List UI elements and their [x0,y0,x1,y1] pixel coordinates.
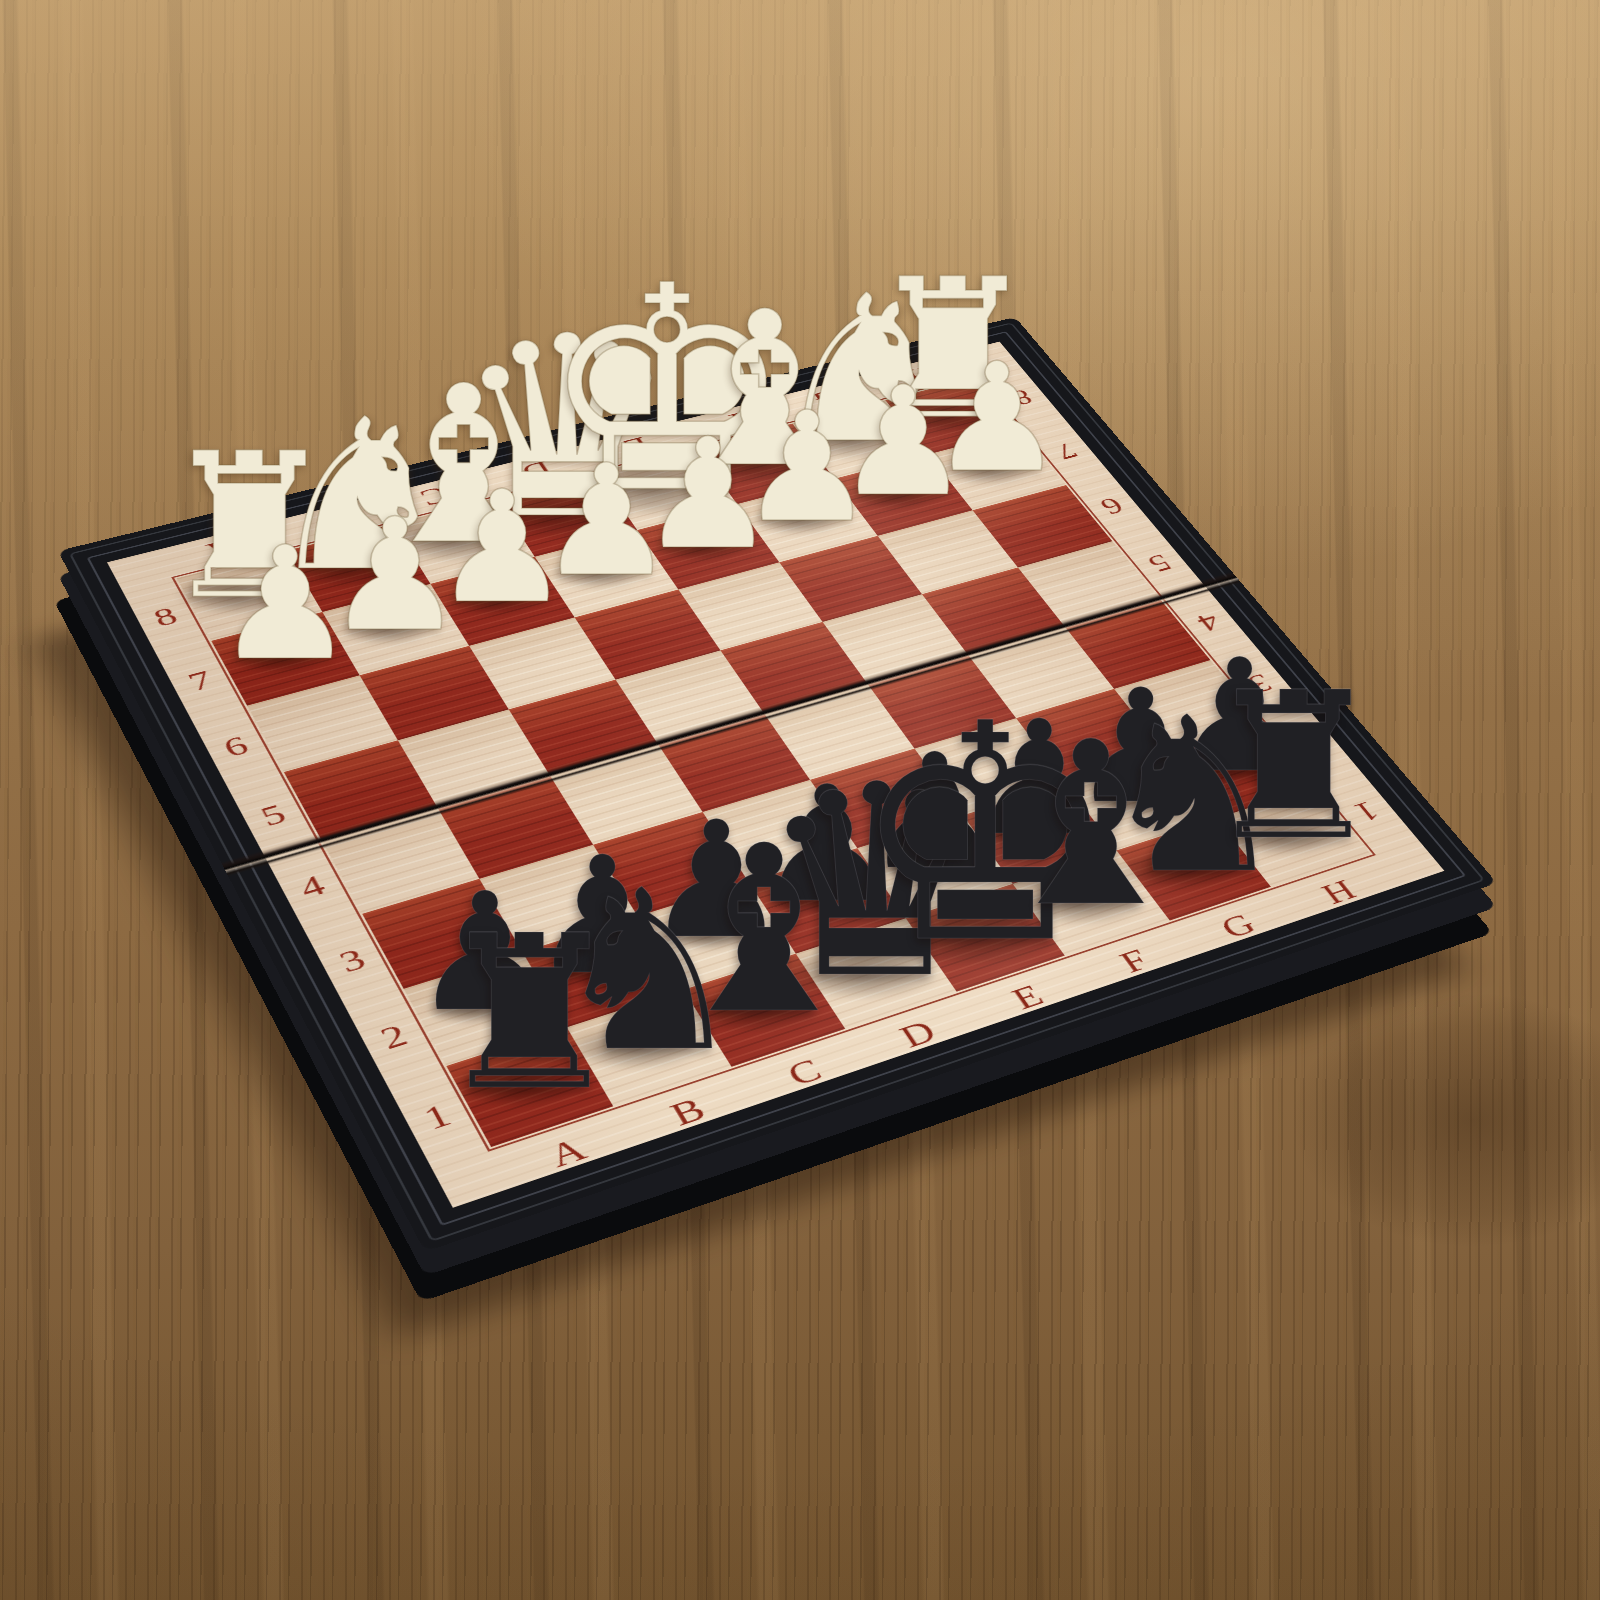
photo-scene: 88AA77BB66CC55DD44EE33FF22GG11HH ♜♞♝♛♚♝♞… [0,0,1600,1600]
chess-board: 88AA77BB66CC55DD44EE33FF22GG11HH [58,317,1497,1252]
